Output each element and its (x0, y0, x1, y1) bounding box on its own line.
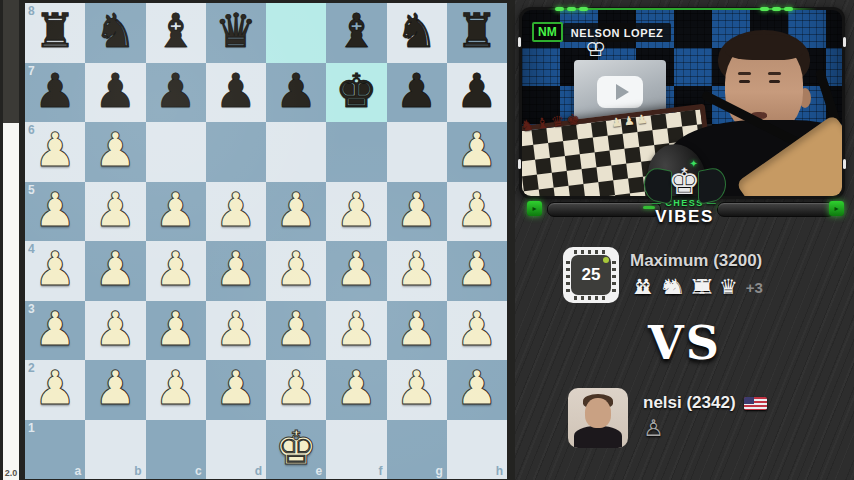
white-piece-b2[interactable]: ♟ (94, 364, 136, 411)
bot-avatar-chip: 25 (563, 247, 619, 303)
square-g2[interactable]: ♟ (387, 360, 447, 420)
black-piece-g7[interactable]: ♟ (396, 67, 438, 114)
square-g7[interactable]: ♟ (387, 63, 447, 123)
us-flag-icon (744, 397, 767, 410)
square-h6[interactable]: ♟ (447, 122, 507, 182)
square-g3[interactable]: ♟ (387, 301, 447, 361)
square-g1[interactable]: g (387, 420, 447, 480)
black-piece-h7[interactable]: ♟ (456, 67, 498, 114)
white-piece-a4[interactable]: ♟ (34, 245, 76, 292)
black-piece-f7[interactable]: ♚ (335, 67, 377, 114)
white-piece-f4[interactable]: ♟ (335, 245, 377, 292)
square-b3[interactable]: ♟ (85, 301, 145, 361)
square-f1[interactable]: f (326, 420, 386, 480)
file-label-b: b (134, 465, 141, 477)
black-piece-a8[interactable]: ♜ (34, 7, 76, 54)
green-cap-icon: ▸ (829, 201, 844, 216)
white-piece-g4[interactable]: ♟ (396, 245, 438, 292)
square-d2[interactable]: ♟ (206, 360, 266, 420)
captured-pawn-icon: ♙ (643, 415, 664, 443)
file-label-g: g (435, 465, 442, 477)
white-piece-h4[interactable]: ♟ (456, 245, 498, 292)
square-e5[interactable]: ♟ (266, 182, 326, 242)
square-b6[interactable]: ♟ (85, 122, 145, 182)
square-a6[interactable]: 6♟ (25, 122, 85, 182)
square-h8[interactable]: ♜ (447, 3, 507, 63)
square-c8[interactable]: ♝ (146, 3, 206, 63)
rank-label-6: 6 (28, 124, 35, 136)
rank-label-3: 3 (28, 303, 35, 315)
black-piece-b7[interactable]: ♟ (94, 67, 136, 114)
square-e1[interactable]: e♚ (266, 420, 326, 480)
square-c3[interactable]: ♟ (146, 301, 206, 361)
square-b1[interactable]: b (85, 420, 145, 480)
square-c4[interactable]: ♟ (146, 241, 206, 301)
material-advantage: +3 (746, 279, 763, 296)
file-label-f: f (379, 465, 383, 477)
online-indicator (603, 257, 609, 263)
led-dashes-left (555, 7, 588, 11)
square-c1[interactable]: c (146, 420, 206, 480)
white-piece-d5[interactable]: ♟ (215, 186, 257, 233)
square-b7[interactable]: ♟ (85, 63, 145, 123)
black-piece-d8[interactable]: ♛ (215, 7, 257, 54)
white-piece-d4[interactable]: ♟ (215, 245, 257, 292)
white-piece-g5[interactable]: ♟ (396, 186, 438, 233)
white-piece-c4[interactable]: ♟ (155, 245, 197, 292)
square-g5[interactable]: ♟ (387, 182, 447, 242)
streamer-name-badge: NM NELSON LOPEZ (532, 22, 671, 42)
square-d4[interactable]: ♟ (206, 241, 266, 301)
frame-tick-icon (843, 159, 846, 169)
evaluation-bar-white-fill (3, 123, 19, 480)
square-a3[interactable]: 3♟ (25, 301, 85, 361)
captured-piece-icon: ♜♜ (689, 277, 719, 298)
frame-tick-icon (518, 159, 521, 169)
evaluation-bar: 2.0 (3, 0, 19, 480)
white-piece-a2[interactable]: ♟ (34, 364, 76, 411)
white-piece-e1[interactable]: ♚ (275, 424, 317, 471)
white-piece-b5[interactable]: ♟ (94, 186, 136, 233)
file-label-d: d (255, 465, 262, 477)
square-f6[interactable] (326, 122, 386, 182)
black-piece-h8[interactable]: ♜ (456, 7, 498, 54)
vs-label: VS (515, 316, 854, 370)
square-d5[interactable]: ♟ (206, 182, 266, 242)
square-h5[interactable]: ♟ (447, 182, 507, 242)
square-f3[interactable]: ♟ (326, 301, 386, 361)
square-a1[interactable]: 1a (25, 420, 85, 480)
rank-label-2: 2 (28, 362, 35, 374)
white-piece-f2[interactable]: ♟ (335, 364, 377, 411)
square-f2[interactable]: ♟ (326, 360, 386, 420)
frame-tick-icon (518, 37, 521, 47)
square-e6[interactable] (266, 122, 326, 182)
white-piece-b3[interactable]: ♟ (94, 305, 136, 352)
white-piece-h6[interactable]: ♟ (456, 126, 498, 173)
square-e7[interactable]: ♟ (266, 63, 326, 123)
white-piece-e5[interactable]: ♟ (275, 186, 317, 233)
square-d3[interactable]: ♟ (206, 301, 266, 361)
white-piece-d3[interactable]: ♟ (215, 305, 257, 352)
file-label-a: a (75, 465, 82, 477)
stream-panel: ♔ ♜♞♝♛♚ ♟♟♟ NM NEL (515, 0, 854, 480)
bottom-player-name-text: nelsi (2342) (643, 393, 736, 413)
spark-icon: ✦ (690, 158, 698, 169)
square-b4[interactable]: ♟ (85, 241, 145, 301)
cream-chess-pieces: ♟♟♟ (610, 112, 650, 131)
frame-tick-icon (843, 37, 846, 47)
white-piece-h2[interactable]: ♟ (456, 364, 498, 411)
square-f5[interactable]: ♟ (326, 182, 386, 242)
chess-vibes-logo: ♚ ✦ CHESS VIBES (630, 160, 740, 227)
square-c7[interactable]: ♟ (146, 63, 206, 123)
white-piece-e3[interactable]: ♟ (275, 305, 317, 352)
square-b2[interactable]: ♟ (85, 360, 145, 420)
youtube-play-icon (597, 76, 643, 108)
square-c6[interactable] (146, 122, 206, 182)
white-piece-d2[interactable]: ♟ (215, 364, 257, 411)
white-piece-g3[interactable]: ♟ (396, 305, 438, 352)
black-piece-c8[interactable]: ♝ (155, 7, 197, 54)
square-d1[interactable]: d (206, 420, 266, 480)
square-b8[interactable]: ♞ (85, 3, 145, 63)
square-d6[interactable] (206, 122, 266, 182)
square-a4[interactable]: 4♟ (25, 241, 85, 301)
white-piece-b4[interactable]: ♟ (94, 245, 136, 292)
captured-pieces-row: ♝♝♞♞♜♜♛+3 (630, 274, 763, 300)
square-d8[interactable]: ♛ (206, 3, 266, 63)
white-piece-f5[interactable]: ♟ (335, 186, 377, 233)
rank-label-5: 5 (28, 184, 35, 196)
rank-label-4: 4 (28, 243, 35, 255)
square-e3[interactable]: ♟ (266, 301, 326, 361)
logo-text-vibes: VIBES (630, 207, 740, 227)
captured-piece-icon: ♞♞ (660, 277, 690, 298)
maroon-chess-pieces: ♜♞♝♛♚ (522, 110, 583, 137)
square-h7[interactable]: ♟ (447, 63, 507, 123)
black-piece-d7[interactable]: ♟ (215, 67, 257, 114)
square-f7[interactable]: ♚ (326, 63, 386, 123)
white-piece-c3[interactable]: ♟ (155, 305, 197, 352)
square-g8[interactable]: ♞ (387, 3, 447, 63)
top-player-name: Maximum (3200) (630, 251, 762, 271)
king-piece-icon: ♚ (630, 160, 740, 204)
square-b5[interactable]: ♟ (85, 182, 145, 242)
square-a7[interactable]: 7♟ (25, 63, 85, 123)
black-piece-a7[interactable]: ♟ (34, 67, 76, 114)
green-cap-icon: ▸ (527, 201, 542, 216)
white-piece-h3[interactable]: ♟ (456, 305, 498, 352)
captured-piece-icon: ♛ (719, 277, 742, 298)
square-g6[interactable] (387, 122, 447, 182)
white-piece-e2[interactable]: ♟ (275, 364, 317, 411)
file-label-e: e (316, 465, 323, 477)
rank-label-8: 8 (28, 5, 35, 17)
streamer-name: NELSON LOPEZ (563, 23, 672, 42)
white-piece-g2[interactable]: ♟ (396, 364, 438, 411)
square-a5[interactable]: 5♟ (25, 182, 85, 242)
square-h4[interactable]: ♟ (447, 241, 507, 301)
square-g4[interactable]: ♟ (387, 241, 447, 301)
black-piece-b8[interactable]: ♞ (94, 7, 136, 54)
square-a2[interactable]: 2♟ (25, 360, 85, 420)
square-h2[interactable]: ♟ (447, 360, 507, 420)
square-h1[interactable]: h (447, 420, 507, 480)
evaluation-score: 2.0 (3, 468, 19, 478)
white-piece-e4[interactable]: ♟ (275, 245, 317, 292)
white-piece-a6[interactable]: ♟ (34, 126, 76, 173)
square-f4[interactable]: ♟ (326, 241, 386, 301)
black-piece-g8[interactable]: ♞ (396, 7, 438, 54)
white-piece-f3[interactable]: ♟ (335, 305, 377, 352)
white-piece-c5[interactable]: ♟ (155, 186, 197, 233)
square-e8[interactable] (266, 3, 326, 63)
winged-king-emblem: ♚ ✦ (630, 160, 740, 204)
square-f8[interactable]: ♝ (326, 3, 386, 63)
square-e4[interactable]: ♟ (266, 241, 326, 301)
white-piece-b6[interactable]: ♟ (94, 126, 136, 173)
captured-piece-icon: ♝♝ (630, 277, 660, 298)
file-label-h: h (496, 465, 503, 477)
led-dashes-right (760, 7, 793, 11)
player-avatar-photo (568, 388, 628, 448)
chess-board[interactable]: 8♜♞♝♛♝♞♜7♟♟♟♟♟♚♟♟6♟♟♟5♟♟♟♟♟♟♟♟4♟♟♟♟♟♟♟♟3… (25, 3, 507, 479)
white-piece-a3[interactable]: ♟ (34, 305, 76, 352)
file-label-c: c (195, 465, 202, 477)
square-h3[interactable]: ♟ (447, 301, 507, 361)
rank-label-7: 7 (28, 65, 35, 77)
black-piece-f8[interactable]: ♝ (335, 7, 377, 54)
white-piece-c2[interactable]: ♟ (155, 364, 197, 411)
black-piece-c7[interactable]: ♟ (155, 67, 197, 114)
square-c2[interactable]: ♟ (146, 360, 206, 420)
black-piece-e7[interactable]: ♟ (275, 67, 317, 114)
square-e2[interactable]: ♟ (266, 360, 326, 420)
square-d7[interactable]: ♟ (206, 63, 266, 123)
square-a8[interactable]: 8♜ (25, 3, 85, 63)
white-piece-a5[interactable]: ♟ (34, 186, 76, 233)
rank-label-1: 1 (28, 422, 35, 434)
square-c5[interactable]: ♟ (146, 182, 206, 242)
nm-title-badge: NM (532, 22, 563, 42)
white-piece-h5[interactable]: ♟ (456, 186, 498, 233)
bottom-player-name: nelsi (2342) (643, 393, 767, 413)
